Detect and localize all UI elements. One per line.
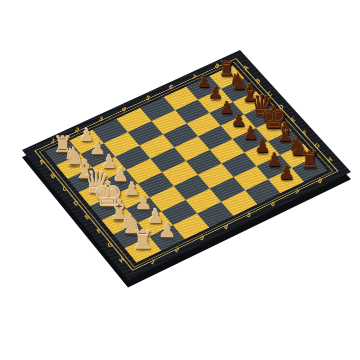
chess-set-photo: AABBCCDDEEFFGGHH1122334455667788 ♜♟♞♟♝♟♛… — [0, 0, 360, 360]
chess-board — [22, 50, 351, 280]
